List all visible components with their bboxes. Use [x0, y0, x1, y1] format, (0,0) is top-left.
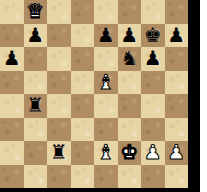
square-f4[interactable]: [118, 94, 142, 118]
square-g3[interactable]: [141, 118, 165, 142]
square-e5[interactable]: ♝: [94, 71, 118, 95]
square-h4[interactable]: [165, 94, 189, 118]
chess-diagram-screenshot: ♛♟♟♟♚♟♟♞♟♝♜♜♝♚♟♟: [0, 0, 207, 192]
square-d6[interactable]: [71, 47, 95, 71]
square-a6[interactable]: ♟: [0, 47, 24, 71]
chess-board: ♛♟♟♟♚♟♟♞♟♝♜♜♝♚♟♟: [0, 0, 188, 188]
piece-bP-f7: ♟: [120, 24, 138, 48]
square-a2[interactable]: [0, 141, 24, 165]
square-h3[interactable]: [165, 118, 189, 142]
piece-bR-c2: ♜: [50, 141, 68, 165]
square-c7[interactable]: [47, 24, 71, 48]
square-f2[interactable]: ♚: [118, 141, 142, 165]
square-g4[interactable]: [141, 94, 165, 118]
square-c8[interactable]: [47, 0, 71, 24]
page-background-strip: [200, 0, 207, 192]
square-e7[interactable]: ♟: [94, 24, 118, 48]
square-b6[interactable]: [24, 47, 48, 71]
square-a4[interactable]: [0, 94, 24, 118]
square-c4[interactable]: [47, 94, 71, 118]
square-b5[interactable]: [24, 71, 48, 95]
square-f1[interactable]: [118, 165, 142, 189]
piece-wP-g2: ♟: [144, 141, 162, 165]
square-c2[interactable]: ♜: [47, 141, 71, 165]
square-f6[interactable]: ♞: [118, 47, 142, 71]
square-g1[interactable]: [141, 165, 165, 189]
square-e1[interactable]: [94, 165, 118, 189]
square-c5[interactable]: [47, 71, 71, 95]
square-d8[interactable]: [71, 0, 95, 24]
square-c3[interactable]: [47, 118, 71, 142]
square-f5[interactable]: [118, 71, 142, 95]
square-b8[interactable]: ♛: [24, 0, 48, 24]
square-h2[interactable]: ♟: [165, 141, 189, 165]
square-d1[interactable]: [71, 165, 95, 189]
piece-wQ-b8: ♛: [26, 0, 44, 24]
square-d2[interactable]: [71, 141, 95, 165]
square-d4[interactable]: [71, 94, 95, 118]
piece-wP-h2: ♟: [167, 141, 185, 165]
square-f8[interactable]: [118, 0, 142, 24]
square-e6[interactable]: [94, 47, 118, 71]
square-h8[interactable]: [165, 0, 189, 24]
square-a8[interactable]: [0, 0, 24, 24]
square-b1[interactable]: [24, 165, 48, 189]
piece-bP-h7: ♟: [167, 24, 185, 48]
piece-bP-a6: ♟: [3, 47, 21, 71]
piece-bN-f6: ♞: [120, 47, 138, 71]
square-d5[interactable]: [71, 71, 95, 95]
piece-wB-e5: ♝: [97, 71, 115, 95]
square-a1[interactable]: [0, 165, 24, 189]
square-g2[interactable]: ♟: [141, 141, 165, 165]
square-e4[interactable]: [94, 94, 118, 118]
square-g6[interactable]: ♟: [141, 47, 165, 71]
square-d3[interactable]: [71, 118, 95, 142]
piece-bR-b4: ♜: [26, 94, 44, 118]
square-h1[interactable]: [165, 165, 189, 189]
square-d7[interactable]: [71, 24, 95, 48]
piece-wK-f2: ♚: [120, 141, 138, 165]
piece-bK-g7: ♚: [144, 24, 162, 48]
square-f7[interactable]: ♟: [118, 24, 142, 48]
square-a5[interactable]: [0, 71, 24, 95]
square-g7[interactable]: ♚: [141, 24, 165, 48]
square-e8[interactable]: [94, 0, 118, 24]
square-a7[interactable]: [0, 24, 24, 48]
square-h7[interactable]: ♟: [165, 24, 189, 48]
square-g5[interactable]: [141, 71, 165, 95]
square-a3[interactable]: [0, 118, 24, 142]
square-b2[interactable]: [24, 141, 48, 165]
square-c1[interactable]: [47, 165, 71, 189]
piece-wB-e2: ♝: [97, 141, 115, 165]
square-h5[interactable]: [165, 71, 189, 95]
piece-bP-e7: ♟: [97, 24, 115, 48]
square-b7[interactable]: ♟: [24, 24, 48, 48]
square-b3[interactable]: [24, 118, 48, 142]
square-e3[interactable]: [94, 118, 118, 142]
square-h6[interactable]: [165, 47, 189, 71]
square-g8[interactable]: [141, 0, 165, 24]
square-b4[interactable]: ♜: [24, 94, 48, 118]
square-c6[interactable]: [47, 47, 71, 71]
piece-bP-g6: ♟: [144, 47, 162, 71]
square-e2[interactable]: ♝: [94, 141, 118, 165]
square-f3[interactable]: [118, 118, 142, 142]
piece-bP-b7: ♟: [26, 24, 44, 48]
